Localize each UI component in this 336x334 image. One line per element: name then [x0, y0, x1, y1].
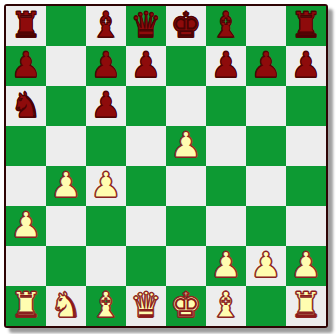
piece-white-pawn[interactable]: ♟: [250, 245, 281, 285]
chess-board-frame: ♜♝♛♚♝♜♟♟♟♟♟♟♞♟♟♟♟♟♟♟♟♜♞♝♛♚♝♜: [4, 4, 328, 328]
square-b5[interactable]: [46, 126, 86, 166]
square-a6[interactable]: ♞: [6, 86, 46, 126]
square-g7[interactable]: ♟: [246, 46, 286, 86]
square-e8[interactable]: ♚: [166, 6, 206, 46]
piece-white-queen[interactable]: ♛: [130, 285, 161, 325]
piece-black-pawn[interactable]: ♟: [90, 85, 121, 125]
square-e7[interactable]: [166, 46, 206, 86]
piece-white-rook[interactable]: ♜: [290, 285, 321, 325]
square-d1[interactable]: ♛: [126, 286, 166, 326]
piece-white-pawn[interactable]: ♟: [10, 205, 41, 245]
square-d3[interactable]: [126, 206, 166, 246]
piece-white-bishop[interactable]: ♝: [210, 285, 241, 325]
square-f7[interactable]: ♟: [206, 46, 246, 86]
piece-white-king[interactable]: ♚: [170, 285, 201, 325]
piece-white-pawn[interactable]: ♟: [210, 245, 241, 285]
piece-black-bishop[interactable]: ♝: [90, 5, 121, 45]
square-f4[interactable]: [206, 166, 246, 206]
square-h6[interactable]: [286, 86, 326, 126]
square-a7[interactable]: ♟: [6, 46, 46, 86]
piece-white-knight[interactable]: ♞: [50, 285, 81, 325]
chess-board: ♜♝♛♚♝♜♟♟♟♟♟♟♞♟♟♟♟♟♟♟♟♜♞♝♛♚♝♜: [6, 6, 326, 326]
square-c8[interactable]: ♝: [86, 6, 126, 46]
square-a8[interactable]: ♜: [6, 6, 46, 46]
square-e2[interactable]: [166, 246, 206, 286]
square-a4[interactable]: [6, 166, 46, 206]
square-f5[interactable]: [206, 126, 246, 166]
square-c2[interactable]: [86, 246, 126, 286]
piece-white-pawn[interactable]: ♟: [50, 165, 81, 205]
square-h2[interactable]: ♟: [286, 246, 326, 286]
piece-white-bishop[interactable]: ♝: [90, 285, 121, 325]
square-e5[interactable]: ♟: [166, 126, 206, 166]
piece-black-rook[interactable]: ♜: [10, 5, 41, 45]
square-g2[interactable]: ♟: [246, 246, 286, 286]
square-e3[interactable]: [166, 206, 206, 246]
square-b1[interactable]: ♞: [46, 286, 86, 326]
chess-app-canvas: ♜♝♛♚♝♜♟♟♟♟♟♟♞♟♟♟♟♟♟♟♟♜♞♝♛♚♝♜: [0, 0, 336, 334]
square-d5[interactable]: [126, 126, 166, 166]
piece-white-rook[interactable]: ♜: [10, 285, 41, 325]
square-a2[interactable]: [6, 246, 46, 286]
square-b3[interactable]: [46, 206, 86, 246]
piece-white-pawn[interactable]: ♟: [170, 125, 201, 165]
piece-white-pawn[interactable]: ♟: [290, 245, 321, 285]
square-f1[interactable]: ♝: [206, 286, 246, 326]
square-g5[interactable]: [246, 126, 286, 166]
square-g1[interactable]: [246, 286, 286, 326]
piece-black-pawn[interactable]: ♟: [210, 45, 241, 85]
square-f3[interactable]: [206, 206, 246, 246]
square-e6[interactable]: [166, 86, 206, 126]
square-b2[interactable]: [46, 246, 86, 286]
square-h4[interactable]: [286, 166, 326, 206]
square-c7[interactable]: ♟: [86, 46, 126, 86]
square-d8[interactable]: ♛: [126, 6, 166, 46]
square-g3[interactable]: [246, 206, 286, 246]
square-e1[interactable]: ♚: [166, 286, 206, 326]
square-a1[interactable]: ♜: [6, 286, 46, 326]
piece-black-bishop[interactable]: ♝: [210, 5, 241, 45]
square-c4[interactable]: ♟: [86, 166, 126, 206]
piece-black-pawn[interactable]: ♟: [130, 45, 161, 85]
square-a5[interactable]: [6, 126, 46, 166]
square-b7[interactable]: [46, 46, 86, 86]
square-f6[interactable]: [206, 86, 246, 126]
piece-black-rook[interactable]: ♜: [290, 5, 321, 45]
square-c6[interactable]: ♟: [86, 86, 126, 126]
square-g8[interactable]: [246, 6, 286, 46]
square-g6[interactable]: [246, 86, 286, 126]
square-h7[interactable]: ♟: [286, 46, 326, 86]
piece-black-knight[interactable]: ♞: [10, 85, 41, 125]
piece-black-queen[interactable]: ♛: [130, 5, 161, 45]
square-h5[interactable]: [286, 126, 326, 166]
square-b4[interactable]: ♟: [46, 166, 86, 206]
square-d7[interactable]: ♟: [126, 46, 166, 86]
square-g4[interactable]: [246, 166, 286, 206]
piece-black-king[interactable]: ♚: [170, 5, 201, 45]
square-h8[interactable]: ♜: [286, 6, 326, 46]
square-b8[interactable]: [46, 6, 86, 46]
square-d6[interactable]: [126, 86, 166, 126]
square-a3[interactable]: ♟: [6, 206, 46, 246]
square-d4[interactable]: [126, 166, 166, 206]
piece-black-pawn[interactable]: ♟: [250, 45, 281, 85]
square-c1[interactable]: ♝: [86, 286, 126, 326]
piece-black-pawn[interactable]: ♟: [10, 45, 41, 85]
square-c3[interactable]: [86, 206, 126, 246]
square-e4[interactable]: [166, 166, 206, 206]
square-c5[interactable]: [86, 126, 126, 166]
piece-black-pawn[interactable]: ♟: [290, 45, 321, 85]
square-f8[interactable]: ♝: [206, 6, 246, 46]
piece-black-pawn[interactable]: ♟: [90, 45, 121, 85]
square-f2[interactable]: ♟: [206, 246, 246, 286]
piece-white-pawn[interactable]: ♟: [90, 165, 121, 205]
square-b6[interactable]: [46, 86, 86, 126]
square-d2[interactable]: [126, 246, 166, 286]
square-h1[interactable]: ♜: [286, 286, 326, 326]
square-h3[interactable]: [286, 206, 326, 246]
